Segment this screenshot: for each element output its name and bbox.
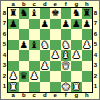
square-h4[interactable] (82, 50, 93, 61)
piece-white-pawn[interactable]: ♟ (72, 50, 81, 61)
square-a4[interactable] (8, 50, 19, 61)
square-d6[interactable] (40, 29, 51, 40)
square-b8[interactable]: ♞ (19, 8, 30, 19)
piece-white-knight[interactable]: ♞ (40, 40, 49, 51)
rank-label-right-7: 7 (92, 19, 99, 30)
file-label-top-g: g (71, 1, 82, 8)
square-g5[interactable] (71, 40, 82, 51)
square-h6[interactable] (82, 29, 93, 40)
rank-label-right-3: 3 (92, 61, 99, 72)
square-h2[interactable] (82, 71, 93, 82)
rank-label-left-4: 4 (1, 50, 8, 61)
rank-label-right-2: 2 (92, 71, 99, 82)
rank-label-right-5: 5 (92, 40, 99, 51)
square-d8[interactable] (40, 8, 51, 19)
square-b3[interactable] (19, 61, 30, 72)
square-g2[interactable] (71, 71, 82, 82)
piece-black-bishop[interactable]: ♝ (30, 40, 39, 51)
rank-label-right-6: 6 (92, 29, 99, 40)
square-c5[interactable]: ♝ (29, 40, 40, 51)
square-f4[interactable]: ♝ (61, 50, 72, 61)
square-d2[interactable] (40, 71, 51, 82)
file-label-top-d: d (40, 1, 51, 8)
square-g1[interactable]: ♜ (71, 82, 82, 93)
piece-white-pawn[interactable]: ♟ (51, 50, 60, 61)
square-a1[interactable]: ♜ (8, 82, 19, 93)
piece-black-pawn[interactable]: ♟ (9, 19, 18, 30)
corner-gutter (1, 1, 8, 8)
square-a3[interactable] (8, 61, 19, 72)
piece-black-rook[interactable]: ♜ (82, 8, 91, 19)
file-label-top-f: f (61, 1, 72, 8)
square-a8[interactable]: ♜ (8, 8, 19, 19)
square-g6[interactable] (71, 29, 82, 40)
square-e1[interactable] (50, 82, 61, 93)
file-label-top-h: h (82, 1, 93, 8)
piece-white-rook[interactable]: ♜ (72, 82, 81, 93)
rank-label-right-4: 4 (92, 50, 99, 61)
square-c4[interactable] (29, 50, 40, 61)
square-h5[interactable]: ♟ (82, 40, 93, 51)
square-e6[interactable] (50, 29, 61, 40)
file-label-top-a: a (8, 1, 19, 8)
square-f7[interactable]: ♟ (61, 19, 72, 30)
square-c1[interactable] (29, 82, 40, 93)
square-c6[interactable] (29, 29, 40, 40)
corner-gutter (1, 92, 8, 99)
piece-black-pawn[interactable]: ♟ (19, 40, 28, 51)
file-label-top-c: c (29, 1, 40, 8)
square-c3[interactable] (29, 61, 40, 72)
rank-label-left-1: 1 (1, 82, 8, 93)
corner-gutter (92, 92, 99, 99)
square-b5[interactable]: ♟ (19, 40, 30, 51)
piece-black-rook[interactable]: ♜ (9, 8, 18, 19)
square-d3[interactable]: ♟ (40, 61, 51, 72)
square-d7[interactable]: ♟ (40, 19, 51, 30)
piece-black-pawn[interactable]: ♟ (82, 19, 91, 30)
piece-white-rook[interactable]: ♜ (9, 82, 18, 93)
corner-gutter (92, 1, 99, 8)
piece-white-pawn[interactable]: ♟ (9, 71, 18, 82)
piece-black-knight[interactable]: ♞ (19, 8, 28, 19)
piece-black-pawn[interactable]: ♟ (72, 19, 81, 30)
square-e5[interactable] (50, 40, 61, 51)
square-e4[interactable]: ♟ (50, 50, 61, 61)
piece-white-pawn[interactable]: ♟ (40, 61, 49, 72)
piece-black-bishop[interactable]: ♝ (30, 8, 39, 19)
piece-white-queen[interactable]: ♛ (61, 61, 70, 72)
file-label-bottom-f: f (61, 92, 72, 99)
chess-board: abcdefgh8♜♞♝♚♞♜87♟♟♟♟♟7665♟♝♞♞♟54♟♝♟43♟♛… (1, 1, 99, 99)
piece-black-pawn[interactable]: ♟ (40, 19, 49, 30)
square-b7[interactable] (19, 19, 30, 30)
piece-black-queen[interactable]: ♛ (19, 71, 28, 82)
piece-black-pawn[interactable]: ♟ (61, 19, 70, 30)
file-label-top-b: b (19, 1, 30, 8)
square-e8[interactable]: ♚ (50, 8, 61, 19)
square-b2[interactable]: ♛ (19, 71, 30, 82)
piece-white-pawn[interactable]: ♟ (30, 71, 39, 82)
file-label-bottom-a: a (8, 92, 19, 99)
square-f8[interactable] (61, 8, 72, 19)
square-f5[interactable]: ♞ (61, 40, 72, 51)
square-g3[interactable] (71, 61, 82, 72)
piece-black-king[interactable]: ♚ (51, 8, 60, 19)
rank-label-right-8: 8 (92, 8, 99, 19)
square-a6[interactable] (8, 29, 19, 40)
rank-label-right-1: 1 (92, 82, 99, 93)
piece-black-knight[interactable]: ♞ (72, 8, 81, 19)
square-f3[interactable]: ♛ (61, 61, 72, 72)
file-label-bottom-d: d (40, 92, 51, 99)
square-g4[interactable]: ♟ (71, 50, 82, 61)
square-c2[interactable]: ♟ (29, 71, 40, 82)
square-f6[interactable] (61, 29, 72, 40)
piece-white-pawn[interactable]: ♟ (82, 40, 91, 51)
piece-white-knight[interactable]: ♞ (61, 40, 70, 51)
square-h7[interactable]: ♟ (82, 19, 93, 30)
square-c7[interactable] (29, 19, 40, 30)
square-f2[interactable] (61, 71, 72, 82)
file-label-bottom-e: e (50, 92, 61, 99)
square-b6[interactable] (19, 29, 30, 40)
file-label-bottom-c: c (29, 92, 40, 99)
rank-label-left-2: 2 (1, 71, 8, 82)
square-f1[interactable]: ♚ (61, 82, 72, 93)
square-b1[interactable] (19, 82, 30, 93)
file-label-bottom-g: g (71, 92, 82, 99)
file-label-top-e: e (50, 1, 61, 8)
square-e7[interactable] (50, 19, 61, 30)
file-label-bottom-h: h (82, 92, 93, 99)
rank-label-left-5: 5 (1, 40, 8, 51)
rank-label-left-6: 6 (1, 29, 8, 40)
square-d5[interactable]: ♞ (40, 40, 51, 51)
rank-label-left-7: 7 (1, 19, 8, 30)
square-g8[interactable]: ♞ (71, 8, 82, 19)
square-h1[interactable] (82, 82, 93, 93)
square-a2[interactable]: ♟ (8, 71, 19, 82)
piece-white-king[interactable]: ♚ (61, 82, 70, 93)
square-d1[interactable] (40, 82, 51, 93)
square-d4[interactable] (40, 50, 51, 61)
rank-label-left-3: 3 (1, 61, 8, 72)
square-h8[interactable]: ♜ (82, 8, 93, 19)
square-e2[interactable] (50, 71, 61, 82)
square-a5[interactable] (8, 40, 19, 51)
square-b4[interactable] (19, 50, 30, 61)
square-h3[interactable] (82, 61, 93, 72)
chess-diagram: abcdefgh8♜♞♝♚♞♜87♟♟♟♟♟7665♟♝♞♞♟54♟♝♟43♟♛… (0, 0, 100, 100)
square-a7[interactable]: ♟ (8, 19, 19, 30)
square-c8[interactable]: ♝ (29, 8, 40, 19)
rank-label-left-8: 8 (1, 8, 8, 19)
piece-white-bishop[interactable]: ♝ (61, 50, 70, 61)
square-g7[interactable]: ♟ (71, 19, 82, 30)
file-label-bottom-b: b (19, 92, 30, 99)
square-e3[interactable] (50, 61, 61, 72)
